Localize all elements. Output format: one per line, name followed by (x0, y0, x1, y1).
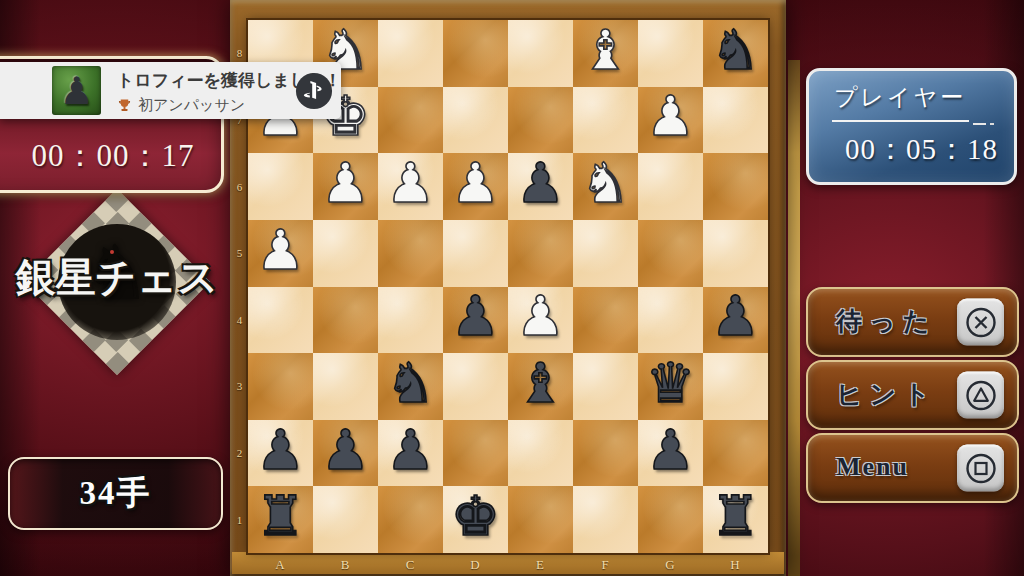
square-e2[interactable] (508, 420, 573, 487)
square-h8[interactable]: ♞ (703, 20, 768, 87)
square-g8[interactable] (638, 20, 703, 87)
square-d2[interactable] (443, 420, 508, 487)
piece-black-pawn[interactable]: ♟ (321, 423, 370, 478)
square-b4[interactable] (313, 287, 378, 354)
ps-cross-keycap (957, 299, 1004, 346)
square-a4[interactable] (248, 287, 313, 354)
square-g1[interactable] (638, 486, 703, 553)
square-d1[interactable]: ♚ (443, 486, 508, 553)
move-counter-box: 34手 (8, 457, 223, 530)
file-label-G: G (638, 554, 703, 575)
player-timer-value: 00：05：18 (845, 130, 998, 170)
player-label: プレイヤー (834, 82, 966, 113)
square-a2[interactable]: ♟ (248, 420, 313, 487)
square-g3[interactable]: ♛ (638, 353, 703, 420)
square-h2[interactable] (703, 420, 768, 487)
square-f3[interactable] (573, 353, 638, 420)
square-g2[interactable]: ♟ (638, 420, 703, 487)
square-d5[interactable] (443, 220, 508, 287)
rank-label-3: 3 (232, 353, 247, 420)
square-e1[interactable] (508, 486, 573, 553)
square-h5[interactable] (703, 220, 768, 287)
piece-black-king[interactable]: ♚ (451, 489, 500, 544)
file-label-B: B (313, 554, 378, 575)
piece-black-bishop[interactable]: ♝ (516, 356, 565, 411)
piece-white-pawn[interactable]: ♟ (516, 289, 565, 344)
black-pawn-icon: ♟ (59, 72, 93, 110)
square-a6[interactable] (248, 153, 313, 220)
square-g6[interactable] (638, 153, 703, 220)
square-c1[interactable] (378, 486, 443, 553)
hint-button[interactable]: ヒント (806, 360, 1019, 430)
trophy-name: 初アンパッサン (138, 96, 245, 115)
piece-black-queen[interactable]: ♛ (646, 356, 695, 411)
move-counter-value: 34手 (80, 471, 152, 516)
piece-white-pawn[interactable]: ♟ (646, 89, 695, 144)
file-label-E: E (508, 554, 573, 575)
game-screen: ♞♝♞♟♚♟♟♟♟♟♞♟♟♟♟♞♝♛♟♟♟♟♜♚♜ 87654321 ABCDE… (0, 0, 1024, 576)
piece-black-pawn[interactable]: ♟ (451, 289, 500, 344)
square-b5[interactable] (313, 220, 378, 287)
square-c3[interactable]: ♞ (378, 353, 443, 420)
file-label-H: H (703, 554, 768, 575)
square-e8[interactable] (508, 20, 573, 87)
rank-label-6: 6 (232, 153, 247, 220)
piece-white-bishop[interactable]: ♝ (581, 23, 630, 78)
game-logo: ♞ 銀星チェス (14, 198, 220, 366)
file-label-D: D (443, 554, 508, 575)
piece-black-pawn[interactable]: ♟ (711, 289, 760, 344)
square-h1[interactable]: ♜ (703, 486, 768, 553)
square-e3[interactable]: ♝ (508, 353, 573, 420)
piece-white-pawn[interactable]: ♟ (256, 223, 305, 278)
piece-white-pawn[interactable]: ♟ (386, 156, 435, 211)
piece-black-rook[interactable]: ♜ (256, 489, 305, 544)
ps-triangle-keycap (957, 372, 1004, 419)
piece-white-pawn[interactable]: ♟ (451, 156, 500, 211)
square-c4[interactable] (378, 287, 443, 354)
file-label-A: A (248, 554, 313, 575)
square-a5[interactable]: ♟ (248, 220, 313, 287)
player-timer-panel: プレイヤー 00：05：18 (806, 68, 1017, 185)
player-label-underline (832, 120, 969, 122)
square-d4[interactable]: ♟ (443, 287, 508, 354)
square-h7[interactable] (703, 87, 768, 154)
file-label-F: F (573, 554, 638, 575)
file-labels: ABCDEFGH (248, 554, 768, 575)
square-f7[interactable] (573, 87, 638, 154)
piece-black-knight[interactable]: ♞ (711, 23, 760, 78)
piece-black-pawn[interactable]: ♟ (256, 423, 305, 478)
rank-label-2: 2 (232, 420, 247, 487)
square-icon (961, 448, 1001, 488)
square-g5[interactable] (638, 220, 703, 287)
square-d7[interactable] (443, 87, 508, 154)
piece-white-pawn[interactable]: ♟ (321, 156, 370, 211)
piece-black-knight[interactable]: ♞ (386, 356, 435, 411)
square-e7[interactable] (508, 87, 573, 154)
square-f4[interactable] (573, 287, 638, 354)
player-underline-dot (990, 123, 994, 125)
square-e6[interactable]: ♟ (508, 153, 573, 220)
undo-button[interactable]: 待った (806, 287, 1019, 357)
square-d8[interactable] (443, 20, 508, 87)
rank-label-4: 4 (232, 287, 247, 354)
square-a1[interactable]: ♜ (248, 486, 313, 553)
trophy-game-icon: ♟ (52, 66, 101, 115)
square-f2[interactable] (573, 420, 638, 487)
logo-title: 銀星チェス (8, 250, 226, 305)
square-h6[interactable] (703, 153, 768, 220)
player-underline-dash (973, 123, 986, 125)
ps-square-keycap (957, 445, 1004, 492)
rank-label-1: 1 (232, 486, 247, 553)
menu-button-label: Menu (836, 452, 909, 482)
piece-black-pawn[interactable]: ♟ (386, 423, 435, 478)
square-b2[interactable]: ♟ (313, 420, 378, 487)
square-f6[interactable]: ♞ (573, 153, 638, 220)
trophy-icon (117, 98, 132, 113)
square-c8[interactable] (378, 20, 443, 87)
piece-black-pawn[interactable]: ♟ (516, 156, 565, 211)
cpu-timer-value: 00：00：17 (0, 135, 221, 177)
playstation-logo-icon (295, 72, 333, 110)
square-c6[interactable]: ♟ (378, 153, 443, 220)
square-b6[interactable]: ♟ (313, 153, 378, 220)
square-d6[interactable]: ♟ (443, 153, 508, 220)
square-g4[interactable] (638, 287, 703, 354)
square-c2[interactable]: ♟ (378, 420, 443, 487)
square-d3[interactable] (443, 353, 508, 420)
square-f8[interactable]: ♝ (573, 20, 638, 87)
board-side-gold-trim (788, 60, 800, 576)
hint-button-label: ヒント (836, 377, 937, 412)
square-e4[interactable]: ♟ (508, 287, 573, 354)
cross-icon (961, 302, 1001, 342)
square-h3[interactable] (703, 353, 768, 420)
rank-label-5: 5 (232, 220, 247, 287)
square-h4[interactable]: ♟ (703, 287, 768, 354)
trophy-notification: ♟ トロフィーを獲得しました！ 初アンパッサン (0, 62, 341, 119)
square-b3[interactable] (313, 353, 378, 420)
piece-black-rook[interactable]: ♜ (711, 489, 760, 544)
piece-black-pawn[interactable]: ♟ (646, 423, 695, 478)
square-a3[interactable] (248, 353, 313, 420)
square-g7[interactable]: ♟ (638, 87, 703, 154)
square-f1[interactable] (573, 486, 638, 553)
square-b1[interactable] (313, 486, 378, 553)
square-f5[interactable] (573, 220, 638, 287)
file-label-C: C (378, 554, 443, 575)
triangle-icon (961, 375, 1001, 415)
square-c7[interactable] (378, 87, 443, 154)
square-c5[interactable] (378, 220, 443, 287)
menu-button[interactable]: Menu (806, 433, 1019, 503)
square-e5[interactable] (508, 220, 573, 287)
piece-white-knight[interactable]: ♞ (581, 156, 630, 211)
undo-button-label: 待った (836, 304, 936, 339)
